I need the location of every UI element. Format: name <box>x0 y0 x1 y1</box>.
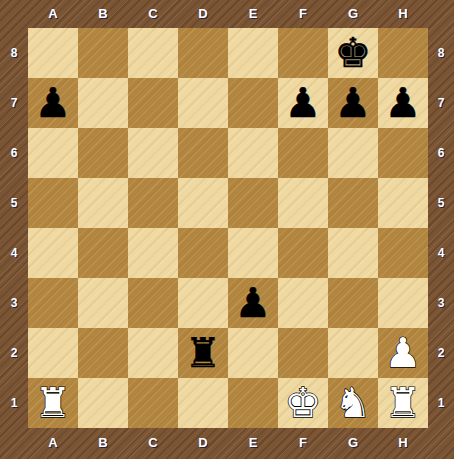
square-d5[interactable] <box>178 178 228 228</box>
black-pawn-f7[interactable]: ♟ <box>285 78 322 128</box>
square-a1[interactable]: ♜ <box>28 378 78 428</box>
rank-label-left-5: 5 <box>0 178 28 228</box>
square-d7[interactable] <box>178 78 228 128</box>
square-f1[interactable]: ♚ <box>278 378 328 428</box>
square-e1[interactable] <box>228 378 278 428</box>
file-labels-top: ABCDEFGH <box>28 0 428 28</box>
square-c2[interactable] <box>128 328 178 378</box>
rank-label-left-3: 3 <box>0 278 28 328</box>
file-label-top-b: B <box>78 0 128 28</box>
rank-label-right-6: 6 <box>428 128 454 178</box>
file-label-top-e: E <box>228 0 278 28</box>
square-b2[interactable] <box>78 328 128 378</box>
square-h4[interactable] <box>378 228 428 278</box>
file-label-bottom-d: D <box>178 428 228 459</box>
square-e8[interactable] <box>228 28 278 78</box>
square-e6[interactable] <box>228 128 278 178</box>
square-c8[interactable] <box>128 28 178 78</box>
square-b8[interactable] <box>78 28 128 78</box>
rank-label-right-1: 1 <box>428 378 454 428</box>
black-pawn-e3[interactable]: ♟ <box>235 278 272 328</box>
square-e2[interactable] <box>228 328 278 378</box>
file-label-top-f: F <box>278 0 328 28</box>
square-g6[interactable] <box>328 128 378 178</box>
square-g1[interactable]: ♞ <box>328 378 378 428</box>
white-knight-g1[interactable]: ♞ <box>335 378 372 428</box>
square-f5[interactable] <box>278 178 328 228</box>
file-label-top-d: D <box>178 0 228 28</box>
rank-label-right-3: 3 <box>428 278 454 328</box>
file-label-bottom-c: C <box>128 428 178 459</box>
square-c4[interactable] <box>128 228 178 278</box>
square-f7[interactable]: ♟ <box>278 78 328 128</box>
file-label-top-g: G <box>328 0 378 28</box>
white-rook-h1[interactable]: ♜ <box>385 378 422 428</box>
square-e3[interactable]: ♟ <box>228 278 278 328</box>
square-g8[interactable]: ♚ <box>328 28 378 78</box>
square-c1[interactable] <box>128 378 178 428</box>
rank-label-right-7: 7 <box>428 78 454 128</box>
file-label-top-c: C <box>128 0 178 28</box>
file-label-bottom-b: B <box>78 428 128 459</box>
square-h5[interactable] <box>378 178 428 228</box>
black-pawn-g7[interactable]: ♟ <box>335 78 372 128</box>
file-label-bottom-f: F <box>278 428 328 459</box>
chess-diagram: ABCDEFGH ABCDEFGH 87654321 87654321 ♚♟♟♟… <box>0 0 454 459</box>
square-d4[interactable] <box>178 228 228 278</box>
square-a5[interactable] <box>28 178 78 228</box>
white-pawn-h2[interactable]: ♟ <box>385 328 422 378</box>
square-g4[interactable] <box>328 228 378 278</box>
rank-label-left-1: 1 <box>0 378 28 428</box>
rank-label-right-2: 2 <box>428 328 454 378</box>
square-b7[interactable] <box>78 78 128 128</box>
square-g3[interactable] <box>328 278 378 328</box>
square-d6[interactable] <box>178 128 228 178</box>
white-rook-a1[interactable]: ♜ <box>35 378 72 428</box>
file-label-top-h: H <box>378 0 428 28</box>
square-h8[interactable] <box>378 28 428 78</box>
square-c3[interactable] <box>128 278 178 328</box>
square-a4[interactable] <box>28 228 78 278</box>
square-a8[interactable] <box>28 28 78 78</box>
rank-labels-right: 87654321 <box>428 28 454 428</box>
square-e5[interactable] <box>228 178 278 228</box>
square-c5[interactable] <box>128 178 178 228</box>
file-label-bottom-a: A <box>28 428 78 459</box>
square-c6[interactable] <box>128 128 178 178</box>
file-label-bottom-g: G <box>328 428 378 459</box>
square-a7[interactable]: ♟ <box>28 78 78 128</box>
file-labels-bottom: ABCDEFGH <box>28 428 428 459</box>
square-f6[interactable] <box>278 128 328 178</box>
rank-label-left-7: 7 <box>0 78 28 128</box>
square-g5[interactable] <box>328 178 378 228</box>
file-label-bottom-h: H <box>378 428 428 459</box>
board: ♚♟♟♟♟♟♜♟♜♚♞♜ <box>28 28 428 428</box>
rank-labels-left: 87654321 <box>0 28 28 428</box>
black-pawn-h7[interactable]: ♟ <box>385 78 422 128</box>
file-label-bottom-e: E <box>228 428 278 459</box>
square-b5[interactable] <box>78 178 128 228</box>
square-a3[interactable] <box>28 278 78 328</box>
rank-label-left-2: 2 <box>0 328 28 378</box>
rank-label-right-4: 4 <box>428 228 454 278</box>
rank-label-right-8: 8 <box>428 28 454 78</box>
square-b3[interactable] <box>78 278 128 328</box>
rank-label-left-6: 6 <box>0 128 28 178</box>
square-f8[interactable] <box>278 28 328 78</box>
rank-label-left-8: 8 <box>0 28 28 78</box>
rank-label-right-5: 5 <box>428 178 454 228</box>
square-a6[interactable] <box>28 128 78 178</box>
square-h2[interactable]: ♟ <box>378 328 428 378</box>
square-g2[interactable] <box>328 328 378 378</box>
square-h7[interactable]: ♟ <box>378 78 428 128</box>
square-h1[interactable]: ♜ <box>378 378 428 428</box>
square-h3[interactable] <box>378 278 428 328</box>
square-f4[interactable] <box>278 228 328 278</box>
square-d3[interactable] <box>178 278 228 328</box>
square-f2[interactable] <box>278 328 328 378</box>
square-b1[interactable] <box>78 378 128 428</box>
square-h6[interactable] <box>378 128 428 178</box>
square-e4[interactable] <box>228 228 278 278</box>
square-b6[interactable] <box>78 128 128 178</box>
square-b4[interactable] <box>78 228 128 278</box>
square-a2[interactable] <box>28 328 78 378</box>
square-d8[interactable] <box>178 28 228 78</box>
black-pawn-a7[interactable]: ♟ <box>35 78 72 128</box>
square-e7[interactable] <box>228 78 278 128</box>
white-king-f1[interactable]: ♚ <box>285 378 322 428</box>
square-f3[interactable] <box>278 278 328 328</box>
square-d2[interactable]: ♜ <box>178 328 228 378</box>
file-label-top-a: A <box>28 0 78 28</box>
black-rook-d2[interactable]: ♜ <box>185 328 222 378</box>
rank-label-left-4: 4 <box>0 228 28 278</box>
square-c7[interactable] <box>128 78 178 128</box>
square-g7[interactable]: ♟ <box>328 78 378 128</box>
square-d1[interactable] <box>178 378 228 428</box>
black-king-g8[interactable]: ♚ <box>335 28 372 78</box>
